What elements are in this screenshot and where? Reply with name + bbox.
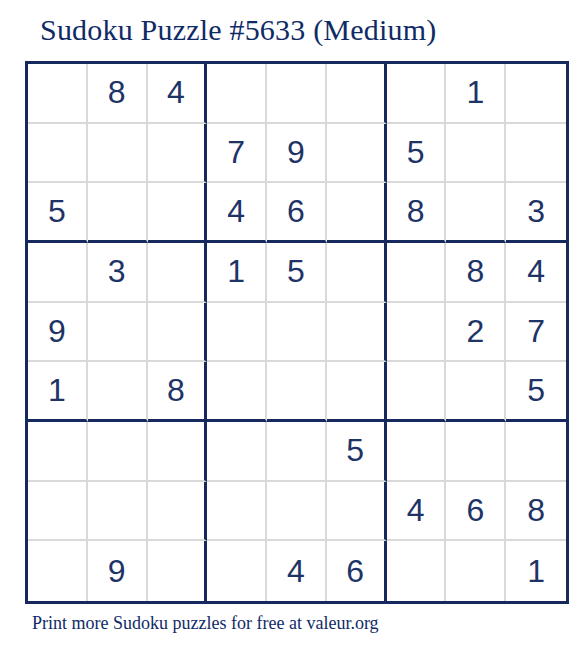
cell-r8c8: 6 [446,482,506,542]
cell-r5c9: 7 [506,303,566,363]
cell-r3c1: 5 [28,183,88,243]
sudoku-grid: 841795546833158492718554689461 [25,61,569,604]
cell-r8c1 [28,482,88,542]
cell-r4c6 [327,243,387,303]
cell-r3c9: 3 [506,183,566,243]
cell-r8c6 [327,482,387,542]
cell-r4c5: 5 [267,243,327,303]
cell-r1c5 [267,64,327,124]
cell-r5c8: 2 [446,303,506,363]
cell-r9c4 [207,541,267,601]
cell-r1c6 [327,64,387,124]
cell-r7c5 [267,422,327,482]
puzzle-title: Sudoku Puzzle #5633 (Medium) [40,13,436,47]
cell-r8c5 [267,482,327,542]
cell-r4c2: 3 [88,243,148,303]
cell-r4c7 [387,243,447,303]
cell-r7c9 [506,422,566,482]
cell-r7c7 [387,422,447,482]
cell-r6c1: 1 [28,362,88,422]
cell-r1c3: 4 [148,64,208,124]
cell-r9c9: 1 [506,541,566,601]
cell-r5c7 [387,303,447,363]
cell-r7c2 [88,422,148,482]
cell-r9c6: 6 [327,541,387,601]
cell-r1c1 [28,64,88,124]
cell-r3c6 [327,183,387,243]
cell-r9c3 [148,541,208,601]
cell-r2c6 [327,124,387,184]
cell-r1c2: 8 [88,64,148,124]
cell-r8c4 [207,482,267,542]
cell-r6c9: 5 [506,362,566,422]
cell-r6c3: 8 [148,362,208,422]
cell-r7c4 [207,422,267,482]
cell-r5c6 [327,303,387,363]
cell-r4c8: 8 [446,243,506,303]
cell-r6c4 [207,362,267,422]
cell-r9c5: 4 [267,541,327,601]
cell-r1c4 [207,64,267,124]
cell-r3c8 [446,183,506,243]
cell-r2c4: 7 [207,124,267,184]
cell-r2c8 [446,124,506,184]
cell-r7c3 [148,422,208,482]
cell-r3c4: 4 [207,183,267,243]
cell-r4c1 [28,243,88,303]
cell-r7c1 [28,422,88,482]
cell-r6c7 [387,362,447,422]
cell-r6c5 [267,362,327,422]
cell-r8c3 [148,482,208,542]
cell-r2c3 [148,124,208,184]
cell-r6c6 [327,362,387,422]
sudoku-page: Sudoku Puzzle #5633 (Medium) 84179554683… [0,0,574,651]
cell-r6c2 [88,362,148,422]
cell-r2c1 [28,124,88,184]
cell-r8c2 [88,482,148,542]
cell-r5c4 [207,303,267,363]
cell-r3c2 [88,183,148,243]
cell-r6c8 [446,362,506,422]
cell-r5c5 [267,303,327,363]
cell-r1c8: 1 [446,64,506,124]
cell-r2c5: 9 [267,124,327,184]
cell-r4c9: 4 [506,243,566,303]
cell-r2c9 [506,124,566,184]
cell-r3c5: 6 [267,183,327,243]
cell-r1c7 [387,64,447,124]
cell-r4c4: 1 [207,243,267,303]
cell-r5c1: 9 [28,303,88,363]
cell-r7c8 [446,422,506,482]
cell-r9c1 [28,541,88,601]
cell-r5c3 [148,303,208,363]
cell-r7c6: 5 [327,422,387,482]
cell-r9c8 [446,541,506,601]
footer-text: Print more Sudoku puzzles for free at va… [32,613,379,634]
cell-r8c9: 8 [506,482,566,542]
cell-r2c2 [88,124,148,184]
cell-r2c7: 5 [387,124,447,184]
cell-r8c7: 4 [387,482,447,542]
cell-r3c7: 8 [387,183,447,243]
cell-r9c7 [387,541,447,601]
cell-r1c9 [506,64,566,124]
cell-r5c2 [88,303,148,363]
cell-r4c3 [148,243,208,303]
cell-r3c3 [148,183,208,243]
cell-r9c2: 9 [88,541,148,601]
